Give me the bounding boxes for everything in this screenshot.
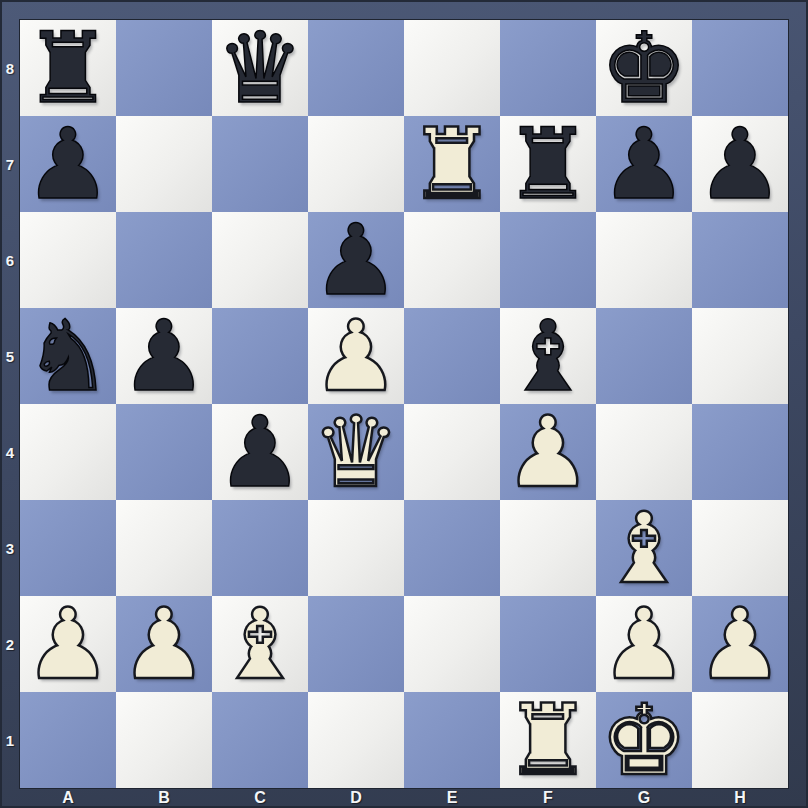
- rank-labels: 87654321: [0, 20, 20, 788]
- rank-label-2: 2: [0, 596, 20, 692]
- file-labels: ABCDEFGH: [20, 788, 788, 808]
- black-pawn-a7[interactable]: ♟: [24, 116, 112, 212]
- file-label-d: D: [308, 788, 404, 808]
- black-rook-a8[interactable]: ♜: [24, 20, 112, 116]
- square-h4[interactable]: [692, 404, 788, 500]
- black-pawn-b5[interactable]: ♟: [120, 308, 208, 404]
- square-f5[interactable]: ♝: [500, 308, 596, 404]
- black-king-g8[interactable]: ♚: [600, 20, 688, 116]
- square-h7[interactable]: ♟: [692, 116, 788, 212]
- square-b5[interactable]: ♟: [116, 308, 212, 404]
- chess-board-frame: ♜♛♚♟♜♜♟♟♟♞♟♟♝♟♛♟♝♟♟♝♟♟♜♚ 87654321 ABCDEF…: [0, 0, 808, 808]
- file-label-c: C: [212, 788, 308, 808]
- square-f3[interactable]: [500, 500, 596, 596]
- white-king-g1[interactable]: ♚: [600, 692, 688, 788]
- white-bishop-c2[interactable]: ♝: [216, 596, 304, 692]
- square-h8[interactable]: [692, 20, 788, 116]
- square-c3[interactable]: [212, 500, 308, 596]
- square-f4[interactable]: ♟: [500, 404, 596, 500]
- white-pawn-g2[interactable]: ♟: [600, 596, 688, 692]
- square-f7[interactable]: ♜: [500, 116, 596, 212]
- square-a1[interactable]: [20, 692, 116, 788]
- square-d5[interactable]: ♟: [308, 308, 404, 404]
- square-d6[interactable]: ♟: [308, 212, 404, 308]
- white-bishop-g3[interactable]: ♝: [600, 500, 688, 596]
- square-g6[interactable]: [596, 212, 692, 308]
- square-a7[interactable]: ♟: [20, 116, 116, 212]
- rank-label-4: 4: [0, 404, 20, 500]
- square-e5[interactable]: [404, 308, 500, 404]
- file-label-h: H: [692, 788, 788, 808]
- rank-label-1: 1: [0, 692, 20, 788]
- square-b6[interactable]: [116, 212, 212, 308]
- rank-label-8: 8: [0, 20, 20, 116]
- black-rook-f7[interactable]: ♜: [504, 116, 592, 212]
- square-h2[interactable]: ♟: [692, 596, 788, 692]
- square-a2[interactable]: ♟: [20, 596, 116, 692]
- square-c2[interactable]: ♝: [212, 596, 308, 692]
- black-pawn-h7[interactable]: ♟: [696, 116, 784, 212]
- white-queen-d4[interactable]: ♛: [312, 404, 400, 500]
- square-d1[interactable]: [308, 692, 404, 788]
- square-h1[interactable]: [692, 692, 788, 788]
- black-queen-c8[interactable]: ♛: [216, 20, 304, 116]
- black-pawn-g7[interactable]: ♟: [600, 116, 688, 212]
- square-c7[interactable]: [212, 116, 308, 212]
- square-g3[interactable]: ♝: [596, 500, 692, 596]
- square-f1[interactable]: ♜: [500, 692, 596, 788]
- square-d7[interactable]: [308, 116, 404, 212]
- square-f6[interactable]: [500, 212, 596, 308]
- square-e6[interactable]: [404, 212, 500, 308]
- square-e8[interactable]: [404, 20, 500, 116]
- square-g4[interactable]: [596, 404, 692, 500]
- square-b2[interactable]: ♟: [116, 596, 212, 692]
- black-bishop-f5[interactable]: ♝: [504, 308, 592, 404]
- square-b8[interactable]: [116, 20, 212, 116]
- square-a8[interactable]: ♜: [20, 20, 116, 116]
- square-f2[interactable]: [500, 596, 596, 692]
- square-d3[interactable]: [308, 500, 404, 596]
- square-g5[interactable]: [596, 308, 692, 404]
- square-g2[interactable]: ♟: [596, 596, 692, 692]
- square-d2[interactable]: [308, 596, 404, 692]
- square-h3[interactable]: [692, 500, 788, 596]
- square-d8[interactable]: [308, 20, 404, 116]
- square-g8[interactable]: ♚: [596, 20, 692, 116]
- square-e2[interactable]: [404, 596, 500, 692]
- square-b3[interactable]: [116, 500, 212, 596]
- black-pawn-d6[interactable]: ♟: [312, 212, 400, 308]
- square-b4[interactable]: [116, 404, 212, 500]
- white-pawn-d5[interactable]: ♟: [312, 308, 400, 404]
- white-pawn-h2[interactable]: ♟: [696, 596, 784, 692]
- square-b1[interactable]: [116, 692, 212, 788]
- white-pawn-a2[interactable]: ♟: [24, 596, 112, 692]
- square-d4[interactable]: ♛: [308, 404, 404, 500]
- square-g1[interactable]: ♚: [596, 692, 692, 788]
- square-c1[interactable]: [212, 692, 308, 788]
- black-pawn-c4[interactable]: ♟: [216, 404, 304, 500]
- square-a6[interactable]: [20, 212, 116, 308]
- square-h5[interactable]: [692, 308, 788, 404]
- rank-label-3: 3: [0, 500, 20, 596]
- square-c8[interactable]: ♛: [212, 20, 308, 116]
- square-c6[interactable]: [212, 212, 308, 308]
- black-knight-a5[interactable]: ♞: [24, 308, 112, 404]
- file-label-g: G: [596, 788, 692, 808]
- white-rook-e7[interactable]: ♜: [408, 116, 496, 212]
- square-f8[interactable]: [500, 20, 596, 116]
- square-h6[interactable]: [692, 212, 788, 308]
- white-rook-f1[interactable]: ♜: [504, 692, 592, 788]
- rank-label-5: 5: [0, 308, 20, 404]
- square-e1[interactable]: [404, 692, 500, 788]
- square-b7[interactable]: [116, 116, 212, 212]
- file-label-f: F: [500, 788, 596, 808]
- square-a3[interactable]: [20, 500, 116, 596]
- file-label-e: E: [404, 788, 500, 808]
- square-a5[interactable]: ♞: [20, 308, 116, 404]
- file-label-a: A: [20, 788, 116, 808]
- square-e7[interactable]: ♜: [404, 116, 500, 212]
- white-pawn-f4[interactable]: ♟: [504, 404, 592, 500]
- white-pawn-b2[interactable]: ♟: [120, 596, 208, 692]
- square-g7[interactable]: ♟: [596, 116, 692, 212]
- file-label-b: B: [116, 788, 212, 808]
- square-c5[interactable]: [212, 308, 308, 404]
- chess-board: ♜♛♚♟♜♜♟♟♟♞♟♟♝♟♛♟♝♟♟♝♟♟♜♚: [20, 20, 788, 788]
- rank-label-7: 7: [0, 116, 20, 212]
- square-c4[interactable]: ♟: [212, 404, 308, 500]
- square-e4[interactable]: [404, 404, 500, 500]
- square-e3[interactable]: [404, 500, 500, 596]
- square-a4[interactable]: [20, 404, 116, 500]
- rank-label-6: 6: [0, 212, 20, 308]
